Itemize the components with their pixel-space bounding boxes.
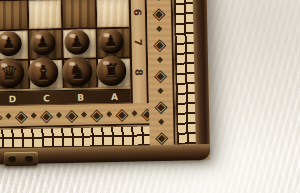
- file-label-B: B: [64, 90, 98, 104]
- box-clasp: [4, 152, 38, 167]
- small-diamond-motif-icon: ◆: [131, 109, 137, 117]
- file-label-C: C: [30, 91, 64, 105]
- file-label-D: D: [0, 92, 30, 106]
- small-diamond-motif-icon: ◆: [157, 87, 163, 95]
- fur-background: ♛♝♞♜♟♟♟♟ 678 DCBA ◈◆◈◆◈◆◈◆◈◆◈◆◈◆◈◆◈◆◈◆◈◆…: [0, 0, 300, 193]
- diamond-motif-icon: ◈: [141, 105, 150, 122]
- diamond-motif-icon: ◈: [152, 5, 165, 22]
- black-queen-glyph: ♛: [0, 63, 18, 83]
- black-pawn-glyph: ♟: [70, 34, 84, 49]
- small-diamond-motif-icon: ◆: [106, 110, 112, 118]
- black-bishop-glyph: ♝: [34, 62, 52, 82]
- square-c6[interactable]: [29, 0, 62, 29]
- black-rook-glyph: ♜: [102, 61, 120, 81]
- diamond-motif-icon: ◈: [153, 36, 166, 53]
- small-diamond-motif-icon: ◆: [5, 112, 11, 120]
- small-diamond-motif-icon: ◆: [56, 111, 62, 119]
- file-label-A: A: [98, 90, 132, 104]
- small-diamond-motif-icon: ◆: [158, 118, 164, 126]
- black-pawn-glyph: ♟: [36, 35, 50, 50]
- small-diamond-motif-icon: ◆: [157, 56, 163, 64]
- diamond-motif-icon: ◈: [115, 105, 128, 122]
- diamond-motif-icon: ◈: [40, 107, 53, 124]
- black-pawn-glyph: ♟: [104, 33, 118, 48]
- small-diamond-motif-icon: ◆: [31, 112, 37, 120]
- diamond-motif-icon: ◈: [14, 107, 27, 124]
- square-d6[interactable]: [0, 1, 27, 30]
- diamond-motif-icon: ◈: [154, 98, 167, 115]
- diamond-motif-icon: ◈: [0, 108, 3, 125]
- small-diamond-motif-icon: ◆: [156, 0, 162, 2]
- diamond-motif-icon: ◈: [65, 106, 78, 123]
- small-diamond-motif-icon: ◆: [156, 25, 162, 33]
- chess-box-board: ♛♝♞♜♟♟♟♟ 678 DCBA ◈◆◈◆◈◆◈◆◈◆◈◆◈◆◈◆◈◆◈◆◈◆…: [0, 0, 210, 167]
- diamond-motif-icon: ◈: [155, 129, 168, 145]
- black-pawn-glyph: ♟: [2, 36, 16, 51]
- black-knight-glyph: ♞: [68, 62, 86, 82]
- small-diamond-motif-icon: ◆: [81, 111, 87, 119]
- diamond-motif-icon: ◈: [90, 106, 103, 123]
- diamond-motif-icon: ◈: [154, 67, 167, 84]
- square-b6[interactable]: [63, 0, 96, 28]
